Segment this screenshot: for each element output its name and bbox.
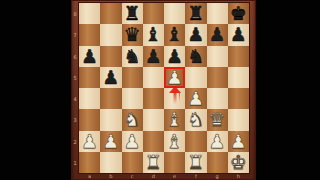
- square-d3[interactable]: [143, 109, 164, 130]
- square-h8[interactable]: ♚: [228, 3, 249, 24]
- black-bishop-piece: ♝: [166, 24, 183, 45]
- square-h5[interactable]: [228, 67, 249, 88]
- screenshot-stage: ♜♜♚♛♝♝♟♟♟♟♞♟♟♞♟♟♟♞♝♞♛♟♟♟♝♟♟♜♜♚ 87654321 …: [0, 0, 320, 180]
- square-d7[interactable]: ♝: [143, 24, 164, 45]
- square-d4[interactable]: [143, 88, 164, 109]
- square-h3[interactable]: [228, 109, 249, 130]
- square-h7[interactable]: ♟: [228, 24, 249, 45]
- white-knight-piece: ♞: [124, 109, 141, 130]
- square-e5[interactable]: ♟: [164, 67, 185, 88]
- square-c1[interactable]: [122, 152, 143, 173]
- square-h1[interactable]: ♚: [228, 152, 249, 173]
- rank-label-3: 3: [71, 117, 79, 123]
- square-g1[interactable]: [207, 152, 228, 173]
- square-f6[interactable]: ♞: [185, 46, 206, 67]
- square-c2[interactable]: ♟: [122, 131, 143, 152]
- black-king-piece: ♚: [230, 3, 247, 24]
- square-a4[interactable]: [79, 88, 100, 109]
- square-f3[interactable]: ♞: [185, 109, 206, 130]
- black-knight-piece: ♞: [187, 46, 204, 67]
- square-a5[interactable]: [79, 67, 100, 88]
- square-c4[interactable]: [122, 88, 143, 109]
- file-label-c: c: [122, 173, 143, 180]
- white-pawn-piece: ♟: [209, 131, 226, 152]
- white-bishop-piece: ♝: [166, 109, 183, 130]
- square-b4[interactable]: [100, 88, 121, 109]
- white-pawn-piece: ♟: [230, 131, 247, 152]
- white-pawn-piece: ♟: [124, 131, 141, 152]
- black-pawn-piece: ♟: [209, 24, 226, 45]
- square-c8[interactable]: ♜: [122, 3, 143, 24]
- square-e1[interactable]: [164, 152, 185, 173]
- rank-label-2: 2: [71, 139, 79, 145]
- white-pawn-piece: ♟: [187, 88, 204, 109]
- square-c6[interactable]: ♞: [122, 46, 143, 67]
- white-pawn-piece: ♟: [166, 67, 183, 88]
- square-g6[interactable]: [207, 46, 228, 67]
- square-c7[interactable]: ♛: [122, 24, 143, 45]
- square-f8[interactable]: ♜: [185, 3, 206, 24]
- square-b7[interactable]: [100, 24, 121, 45]
- rank-label-6: 6: [71, 54, 79, 60]
- file-label-f: f: [185, 173, 206, 180]
- square-a8[interactable]: [79, 3, 100, 24]
- white-pawn-piece: ♟: [81, 131, 98, 152]
- file-label-d: d: [143, 173, 164, 180]
- square-b8[interactable]: [100, 3, 121, 24]
- square-a2[interactable]: ♟: [79, 131, 100, 152]
- square-f7[interactable]: ♟: [185, 24, 206, 45]
- rank-label-4: 4: [71, 96, 79, 102]
- square-f4[interactable]: ♟: [185, 88, 206, 109]
- square-g5[interactable]: [207, 67, 228, 88]
- square-b1[interactable]: [100, 152, 121, 173]
- white-queen-piece: ♛: [209, 109, 226, 130]
- white-king-piece: ♚: [230, 152, 247, 173]
- square-g3[interactable]: ♛: [207, 109, 228, 130]
- square-d6[interactable]: ♟: [143, 46, 164, 67]
- square-e7[interactable]: ♝: [164, 24, 185, 45]
- black-pawn-piece: ♟: [187, 24, 204, 45]
- black-queen-piece: ♛: [124, 24, 141, 45]
- square-b2[interactable]: ♟: [100, 131, 121, 152]
- square-b3[interactable]: [100, 109, 121, 130]
- square-f2[interactable]: [185, 131, 206, 152]
- square-a1[interactable]: [79, 152, 100, 173]
- black-rook-piece: ♜: [124, 3, 141, 24]
- white-bishop-piece: ♝: [166, 131, 183, 152]
- white-pawn-piece: ♟: [102, 131, 119, 152]
- white-rook-piece: ♜: [145, 152, 162, 173]
- file-label-h: h: [228, 173, 249, 180]
- square-d1[interactable]: ♜: [143, 152, 164, 173]
- square-e8[interactable]: [164, 3, 185, 24]
- square-d8[interactable]: [143, 3, 164, 24]
- square-b5[interactable]: ♟: [100, 67, 121, 88]
- square-e3[interactable]: ♝: [164, 109, 185, 130]
- square-a6[interactable]: ♟: [79, 46, 100, 67]
- square-h4[interactable]: [228, 88, 249, 109]
- square-h6[interactable]: [228, 46, 249, 67]
- black-rook-piece: ♜: [187, 3, 204, 24]
- black-knight-piece: ♞: [124, 46, 141, 67]
- file-label-b: b: [100, 173, 121, 180]
- chess-board: ♜♜♚♛♝♝♟♟♟♟♞♟♟♞♟♟♟♞♝♞♛♟♟♟♝♟♟♜♜♚: [79, 3, 249, 173]
- black-pawn-piece: ♟: [230, 24, 247, 45]
- square-e2[interactable]: ♝: [164, 131, 185, 152]
- white-knight-piece: ♞: [187, 109, 204, 130]
- square-d5[interactable]: [143, 67, 164, 88]
- square-h2[interactable]: ♟: [228, 131, 249, 152]
- rank-label-1: 1: [71, 160, 79, 166]
- square-g7[interactable]: ♟: [207, 24, 228, 45]
- square-a3[interactable]: [79, 109, 100, 130]
- rank-label-8: 8: [71, 11, 79, 17]
- square-d2[interactable]: [143, 131, 164, 152]
- black-bishop-piece: ♝: [145, 24, 162, 45]
- rank-label-7: 7: [71, 32, 79, 38]
- file-label-a: a: [79, 173, 100, 180]
- square-g4[interactable]: [207, 88, 228, 109]
- square-c5[interactable]: [122, 67, 143, 88]
- white-rook-piece: ♜: [187, 152, 204, 173]
- square-e4[interactable]: [164, 88, 185, 109]
- chess-board-frame: ♜♜♚♛♝♝♟♟♟♟♞♟♟♞♟♟♟♞♝♞♛♟♟♟♝♟♟♜♜♚ 87654321 …: [71, 0, 256, 180]
- black-pawn-piece: ♟: [145, 46, 162, 67]
- square-f1[interactable]: ♜: [185, 152, 206, 173]
- black-pawn-piece: ♟: [166, 46, 183, 67]
- square-b6[interactable]: [100, 46, 121, 67]
- black-pawn-piece: ♟: [102, 67, 119, 88]
- rank-label-5: 5: [71, 75, 79, 81]
- square-g8[interactable]: [207, 3, 228, 24]
- square-f5[interactable]: [185, 67, 206, 88]
- square-e6[interactable]: ♟: [164, 46, 185, 67]
- black-pawn-piece: ♟: [81, 46, 98, 67]
- square-g2[interactable]: ♟: [207, 131, 228, 152]
- square-a7[interactable]: [79, 24, 100, 45]
- file-label-e: e: [164, 173, 185, 180]
- square-c3[interactable]: ♞: [122, 109, 143, 130]
- file-label-g: g: [207, 173, 228, 180]
